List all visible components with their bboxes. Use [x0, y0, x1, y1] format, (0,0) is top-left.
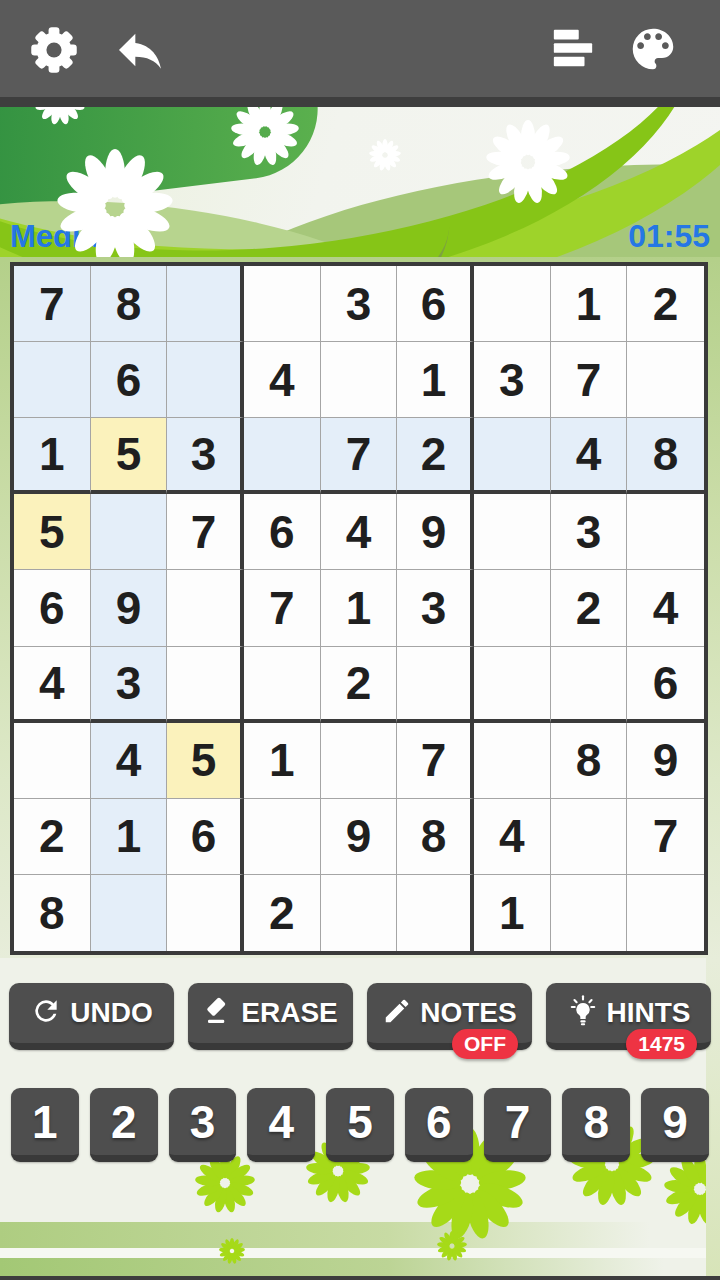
cell-r7c8[interactable]: 8 [551, 723, 628, 799]
cell-r9c9[interactable] [627, 875, 704, 951]
cell-r7c5[interactable] [321, 723, 398, 799]
cell-r4c1[interactable]: 5 [14, 494, 91, 570]
eraser-icon [203, 996, 233, 1030]
cell-r8c1[interactable]: 2 [14, 799, 91, 875]
cell-r2c2[interactable]: 6 [91, 342, 168, 418]
cell-r9c4[interactable]: 2 [244, 875, 321, 951]
cell-r5c2[interactable]: 9 [91, 570, 168, 646]
cell-r3c4[interactable] [244, 418, 321, 494]
numpad-row: 123456789 [11, 1088, 709, 1162]
numpad-key-9[interactable]: 9 [641, 1088, 709, 1162]
undo-arrow-icon[interactable] [112, 22, 168, 82]
toolbar-shadow-edge [0, 97, 720, 107]
cell-r2c3[interactable] [167, 342, 244, 418]
numpad-key-7[interactable]: 7 [484, 1088, 552, 1162]
cell-r1c2[interactable]: 8 [91, 266, 168, 342]
cell-r8c7[interactable]: 4 [474, 799, 551, 875]
cell-r1c1[interactable]: 7 [14, 266, 91, 342]
notes-button[interactable]: NOTES OFF [367, 983, 532, 1050]
cell-r9c1[interactable]: 8 [14, 875, 91, 951]
cell-r9c5[interactable] [321, 875, 398, 951]
cell-r7c9[interactable]: 9 [627, 723, 704, 799]
cell-r1c3[interactable] [167, 266, 244, 342]
cell-r6c5[interactable]: 2 [321, 647, 398, 723]
cell-r9c3[interactable] [167, 875, 244, 951]
timer: 01:55 [628, 218, 710, 255]
numpad-key-8[interactable]: 8 [562, 1088, 630, 1162]
numpad-key-4[interactable]: 4 [247, 1088, 315, 1162]
stats-icon[interactable] [548, 26, 598, 76]
cell-r4c6[interactable]: 9 [397, 494, 474, 570]
numpad-key-1[interactable]: 1 [11, 1088, 79, 1162]
undo-icon [30, 995, 62, 1031]
decor-stripe [0, 1222, 706, 1248]
cell-r6c3[interactable] [167, 647, 244, 723]
cell-r8c3[interactable]: 6 [167, 799, 244, 875]
settings-icon[interactable] [28, 24, 80, 80]
bottom-edge-bar [0, 1276, 720, 1280]
cell-r8c4[interactable] [244, 799, 321, 875]
cell-r5c4[interactable]: 7 [244, 570, 321, 646]
sudoku-app-screen: Medium 01:55 783612641371537248576493697… [0, 0, 720, 1280]
cell-r4c5[interactable]: 4 [321, 494, 398, 570]
cell-r5c7[interactable] [474, 570, 551, 646]
cell-r5c8[interactable]: 2 [551, 570, 628, 646]
cell-r3c6[interactable]: 2 [397, 418, 474, 494]
cell-r4c9[interactable] [627, 494, 704, 570]
cell-r3c2[interactable]: 5 [91, 418, 168, 494]
cell-r7c1[interactable] [14, 723, 91, 799]
cell-r4c4[interactable]: 6 [244, 494, 321, 570]
lightbulb-icon [567, 995, 599, 1031]
cell-r2c8[interactable]: 7 [551, 342, 628, 418]
control-button-row: UNDO ERASE NOTES OFF [9, 983, 711, 1050]
cell-r9c8[interactable] [551, 875, 628, 951]
cell-r4c3[interactable]: 7 [167, 494, 244, 570]
header-artwork: Medium 01:55 [0, 107, 720, 257]
cell-r1c9[interactable]: 2 [627, 266, 704, 342]
cell-r7c6[interactable]: 7 [397, 723, 474, 799]
pencil-icon [382, 996, 412, 1030]
cell-r2c6[interactable]: 1 [397, 342, 474, 418]
numpad-key-5[interactable]: 5 [326, 1088, 394, 1162]
undo-button[interactable]: UNDO [9, 983, 174, 1050]
cell-r2c4[interactable]: 4 [244, 342, 321, 418]
top-toolbar [0, 0, 720, 97]
decor-stripe [0, 1258, 706, 1276]
numpad-key-2[interactable]: 2 [90, 1088, 158, 1162]
cell-r7c7[interactable] [474, 723, 551, 799]
cell-r6c7[interactable] [474, 647, 551, 723]
cell-r9c6[interactable] [397, 875, 474, 951]
cell-r7c2[interactable]: 4 [91, 723, 168, 799]
hints-button[interactable]: HINTS 1475 [546, 983, 711, 1050]
cell-r6c2[interactable]: 3 [91, 647, 168, 723]
cell-r5c6[interactable]: 3 [397, 570, 474, 646]
cell-r7c4[interactable]: 1 [244, 723, 321, 799]
cell-r4c8[interactable]: 3 [551, 494, 628, 570]
cell-r4c7[interactable] [474, 494, 551, 570]
notes-button-label: NOTES [420, 997, 516, 1029]
cell-r5c1[interactable]: 6 [14, 570, 91, 646]
cell-r3c8[interactable]: 4 [551, 418, 628, 494]
cell-r8c6[interactable]: 8 [397, 799, 474, 875]
erase-button[interactable]: ERASE [188, 983, 353, 1050]
cell-r3c3[interactable]: 3 [167, 418, 244, 494]
cell-r1c8[interactable]: 1 [551, 266, 628, 342]
cell-r8c5[interactable]: 9 [321, 799, 398, 875]
cell-r3c7[interactable] [474, 418, 551, 494]
cell-r2c7[interactable]: 3 [474, 342, 551, 418]
cell-r6c1[interactable]: 4 [14, 647, 91, 723]
cell-r8c8[interactable] [551, 799, 628, 875]
hints-button-label: HINTS [607, 997, 691, 1029]
cell-r6c9[interactable]: 6 [627, 647, 704, 723]
palette-icon[interactable] [626, 22, 680, 80]
sudoku-board: 7836126413715372485764936971324432645178… [10, 262, 708, 955]
flower-decoration [664, 1153, 706, 1229]
cell-r6c4[interactable] [244, 647, 321, 723]
cell-r5c5[interactable]: 1 [321, 570, 398, 646]
cell-r3c1[interactable]: 1 [14, 418, 91, 494]
cell-r5c9[interactable]: 4 [627, 570, 704, 646]
cell-r1c7[interactable] [474, 266, 551, 342]
cell-r8c9[interactable]: 7 [627, 799, 704, 875]
cell-r1c4[interactable] [244, 266, 321, 342]
cell-r9c2[interactable] [91, 875, 168, 951]
cell-r7c3[interactable]: 5 [167, 723, 244, 799]
undo-button-label: UNDO [70, 997, 152, 1029]
flower-decoration [195, 1153, 255, 1217]
numpad-key-6[interactable]: 6 [405, 1088, 473, 1162]
hints-count-badge: 1475 [626, 1029, 697, 1059]
cell-r2c1[interactable] [14, 342, 91, 418]
cell-r5c3[interactable] [167, 570, 244, 646]
decor-stripe [0, 1248, 706, 1258]
cell-r1c6[interactable]: 6 [397, 266, 474, 342]
notes-status-badge: OFF [452, 1029, 518, 1059]
erase-button-label: ERASE [241, 997, 337, 1029]
numpad-key-3[interactable]: 3 [169, 1088, 237, 1162]
difficulty-label: Medium [10, 219, 127, 255]
cell-r6c8[interactable] [551, 647, 628, 723]
cell-r6c6[interactable] [397, 647, 474, 723]
cell-r2c5[interactable] [321, 342, 398, 418]
cell-r1c5[interactable]: 3 [321, 266, 398, 342]
cell-r9c7[interactable]: 1 [474, 875, 551, 951]
cell-r3c9[interactable]: 8 [627, 418, 704, 494]
cell-r4c2[interactable] [91, 494, 168, 570]
cell-r8c2[interactable]: 1 [91, 799, 168, 875]
cell-r3c5[interactable]: 7 [321, 418, 398, 494]
cell-r2c9[interactable] [627, 342, 704, 418]
